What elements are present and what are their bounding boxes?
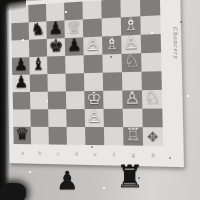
square-g5: ♘ bbox=[122, 53, 142, 72]
black-piece-a4: ♟ bbox=[14, 74, 28, 91]
square-b1 bbox=[31, 127, 49, 145]
square-h7 bbox=[140, 15, 160, 35]
square-b5: ♝ bbox=[29, 57, 47, 75]
white-piece-h3: ♘ bbox=[144, 89, 160, 107]
square-g3: ♙ bbox=[122, 90, 142, 109]
white-piece-g5: ♘ bbox=[123, 52, 139, 70]
white-piece-g6: ♙ bbox=[123, 34, 139, 52]
square-b4 bbox=[30, 74, 48, 92]
square-h5 bbox=[141, 53, 161, 72]
square-e5 bbox=[84, 55, 103, 74]
square-h6 bbox=[141, 34, 161, 53]
board-photo: ♞♟♕♗♚♟♙♗♙♟♝♘♟♔♙♘♙♛♖✥ abcdefgh Chancery ♟… bbox=[0, 0, 200, 200]
square-c1 bbox=[48, 127, 66, 145]
square-c6: ♚ bbox=[47, 38, 65, 56]
square-e1 bbox=[85, 127, 104, 145]
board-maker-emblem: ✥ bbox=[147, 130, 159, 144]
square-c5 bbox=[47, 56, 65, 74]
square-f5 bbox=[102, 54, 122, 73]
square-c3 bbox=[48, 91, 66, 109]
board-squares: ♞♟♕♗♚♟♙♗♙♟♝♘♟♔♙♘♙♛♖✥ bbox=[11, 0, 163, 146]
square-h1: ✥ bbox=[143, 127, 163, 146]
square-d1 bbox=[67, 127, 86, 145]
square-c4 bbox=[47, 74, 65, 92]
black-piece-a1: ♛ bbox=[15, 126, 29, 142]
square-f6: ♗ bbox=[102, 36, 122, 55]
square-h3: ♘ bbox=[142, 90, 162, 109]
board-mat: ♞♟♕♗♚♟♙♗♙♟♝♘♟♔♙♘♙♛♖✥ abcdefgh Chancery bbox=[6, 0, 184, 167]
board-brand-text: Chancery bbox=[172, 27, 180, 100]
photo-dark-edge bbox=[0, 0, 10, 200]
white-piece-e2: ♙ bbox=[87, 108, 102, 125]
white-piece-f6: ♗ bbox=[104, 35, 120, 53]
black-piece-b5: ♝ bbox=[31, 56, 46, 73]
square-e2: ♙ bbox=[85, 109, 104, 127]
square-d2 bbox=[66, 109, 85, 127]
square-h2 bbox=[142, 109, 162, 128]
square-b7: ♞ bbox=[29, 21, 47, 39]
black-piece-b7: ♞ bbox=[30, 21, 45, 38]
file-label-c: c bbox=[49, 146, 67, 160]
square-e6: ♙ bbox=[83, 37, 102, 56]
square-b3 bbox=[30, 92, 48, 110]
white-piece-g3: ♙ bbox=[124, 89, 140, 107]
white-piece-d7: ♕ bbox=[66, 19, 81, 37]
square-d6: ♟ bbox=[65, 37, 84, 56]
square-a3 bbox=[13, 92, 31, 110]
file-label-d: d bbox=[67, 147, 86, 161]
file-label-h: h bbox=[143, 148, 163, 163]
photo-dark-corner bbox=[0, 0, 26, 12]
square-d4 bbox=[66, 73, 85, 91]
square-f2 bbox=[104, 109, 124, 127]
square-a7 bbox=[11, 22, 29, 40]
captured-black-rook: ♜ bbox=[116, 161, 144, 192]
black-piece-c7: ♟ bbox=[48, 20, 63, 37]
white-piece-e6: ♙ bbox=[85, 36, 100, 54]
square-f3 bbox=[103, 91, 123, 109]
square-d5 bbox=[65, 55, 84, 73]
white-piece-g1: ♖ bbox=[125, 126, 141, 143]
square-d3 bbox=[66, 91, 85, 109]
captured-black-pawn: ♟ bbox=[56, 168, 78, 193]
photo-shadow bbox=[0, 183, 26, 200]
file-label-a: a bbox=[14, 146, 32, 160]
square-f4 bbox=[103, 72, 123, 91]
chess-board: ♞♟♕♗♚♟♙♗♙♟♝♘♟♔♙♘♙♛♖✥ abcdefgh Chancery bbox=[6, 0, 184, 167]
white-piece-g7: ♗ bbox=[123, 15, 139, 33]
white-piece-e3: ♔ bbox=[86, 90, 101, 107]
file-label-e: e bbox=[85, 147, 104, 161]
square-f8 bbox=[101, 0, 121, 18]
black-piece-d6: ♟ bbox=[67, 36, 82, 53]
square-a1: ♛ bbox=[13, 127, 31, 144]
square-b2 bbox=[30, 109, 48, 127]
square-f1 bbox=[104, 127, 124, 145]
black-piece-c6: ♚ bbox=[48, 37, 63, 54]
square-e8 bbox=[82, 0, 101, 19]
square-a4: ♟ bbox=[12, 75, 30, 93]
square-h8 bbox=[140, 0, 160, 16]
file-label-b: b bbox=[31, 146, 49, 160]
black-piece-a5: ♟ bbox=[14, 56, 28, 73]
square-c2 bbox=[48, 109, 66, 127]
square-g1: ♖ bbox=[123, 127, 143, 146]
